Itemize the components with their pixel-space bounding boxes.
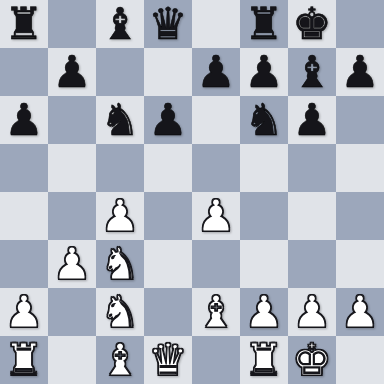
square-d4[interactable] [144,192,192,240]
square-b7[interactable]: ♟ [48,48,96,96]
square-b2[interactable] [48,288,96,336]
square-g4[interactable] [288,192,336,240]
square-f8[interactable]: ♜ [240,0,288,48]
square-a3[interactable] [0,240,48,288]
black-king[interactable]: ♚ [292,0,331,48]
square-a4[interactable] [0,192,48,240]
square-b3[interactable]: ♟ [48,240,96,288]
square-a2[interactable]: ♟ [0,288,48,336]
square-h3[interactable] [336,240,384,288]
square-c8[interactable]: ♝ [96,0,144,48]
square-e1[interactable] [192,336,240,384]
square-a7[interactable] [0,48,48,96]
square-h7[interactable]: ♟ [336,48,384,96]
square-g5[interactable] [288,144,336,192]
black-pawn[interactable]: ♟ [292,96,331,144]
black-pawn[interactable]: ♟ [196,48,235,96]
square-a6[interactable]: ♟ [0,96,48,144]
white-pawn[interactable]: ♟ [100,192,139,240]
square-c7[interactable] [96,48,144,96]
square-g1[interactable]: ♚ [288,336,336,384]
white-knight[interactable]: ♞ [100,240,139,288]
square-a1[interactable]: ♜ [0,336,48,384]
white-knight[interactable]: ♞ [100,288,139,336]
white-rook[interactable]: ♜ [244,336,283,384]
white-pawn[interactable]: ♟ [4,288,43,336]
chess-board: ♜♝♛♜♚♟♟♟♝♟♟♞♟♞♟♟♟♟♞♟♞♝♟♟♟♜♝♛♜♚ [0,0,384,384]
square-b6[interactable] [48,96,96,144]
white-queen[interactable]: ♛ [148,336,187,384]
square-h4[interactable] [336,192,384,240]
square-f4[interactable] [240,192,288,240]
white-pawn[interactable]: ♟ [340,288,379,336]
white-pawn[interactable]: ♟ [196,192,235,240]
square-c6[interactable]: ♞ [96,96,144,144]
black-knight[interactable]: ♞ [100,96,139,144]
square-c5[interactable] [96,144,144,192]
square-e5[interactable] [192,144,240,192]
square-c2[interactable]: ♞ [96,288,144,336]
square-g6[interactable]: ♟ [288,96,336,144]
white-pawn[interactable]: ♟ [292,288,331,336]
square-f2[interactable]: ♟ [240,288,288,336]
square-d6[interactable]: ♟ [144,96,192,144]
square-c1[interactable]: ♝ [96,336,144,384]
white-king[interactable]: ♚ [292,336,331,384]
square-b8[interactable] [48,0,96,48]
white-bishop[interactable]: ♝ [196,288,235,336]
white-bishop[interactable]: ♝ [100,336,139,384]
square-b5[interactable] [48,144,96,192]
square-f3[interactable] [240,240,288,288]
square-d5[interactable] [144,144,192,192]
square-h1[interactable] [336,336,384,384]
square-e2[interactable]: ♝ [192,288,240,336]
square-h5[interactable] [336,144,384,192]
black-knight[interactable]: ♞ [244,96,283,144]
square-g8[interactable]: ♚ [288,0,336,48]
square-f7[interactable]: ♟ [240,48,288,96]
square-d8[interactable]: ♛ [144,0,192,48]
black-pawn[interactable]: ♟ [148,96,187,144]
square-h8[interactable] [336,0,384,48]
black-bishop[interactable]: ♝ [292,48,331,96]
square-e3[interactable] [192,240,240,288]
square-e8[interactable] [192,0,240,48]
square-e7[interactable]: ♟ [192,48,240,96]
square-d7[interactable] [144,48,192,96]
square-a5[interactable] [0,144,48,192]
square-f6[interactable]: ♞ [240,96,288,144]
black-pawn[interactable]: ♟ [340,48,379,96]
black-pawn[interactable]: ♟ [4,96,43,144]
square-h6[interactable] [336,96,384,144]
square-b4[interactable] [48,192,96,240]
square-e6[interactable] [192,96,240,144]
white-pawn[interactable]: ♟ [244,288,283,336]
black-pawn[interactable]: ♟ [52,48,91,96]
square-e4[interactable]: ♟ [192,192,240,240]
black-rook[interactable]: ♜ [4,0,43,48]
white-rook[interactable]: ♜ [4,336,43,384]
square-h2[interactable]: ♟ [336,288,384,336]
square-d1[interactable]: ♛ [144,336,192,384]
square-f1[interactable]: ♜ [240,336,288,384]
square-d3[interactable] [144,240,192,288]
square-f5[interactable] [240,144,288,192]
square-d2[interactable] [144,288,192,336]
square-g7[interactable]: ♝ [288,48,336,96]
black-bishop[interactable]: ♝ [100,0,139,48]
square-c3[interactable]: ♞ [96,240,144,288]
black-queen[interactable]: ♛ [148,0,187,48]
square-c4[interactable]: ♟ [96,192,144,240]
white-pawn[interactable]: ♟ [52,240,91,288]
square-g3[interactable] [288,240,336,288]
square-b1[interactable] [48,336,96,384]
black-rook[interactable]: ♜ [244,0,283,48]
black-pawn[interactable]: ♟ [244,48,283,96]
square-a8[interactable]: ♜ [0,0,48,48]
square-g2[interactable]: ♟ [288,288,336,336]
